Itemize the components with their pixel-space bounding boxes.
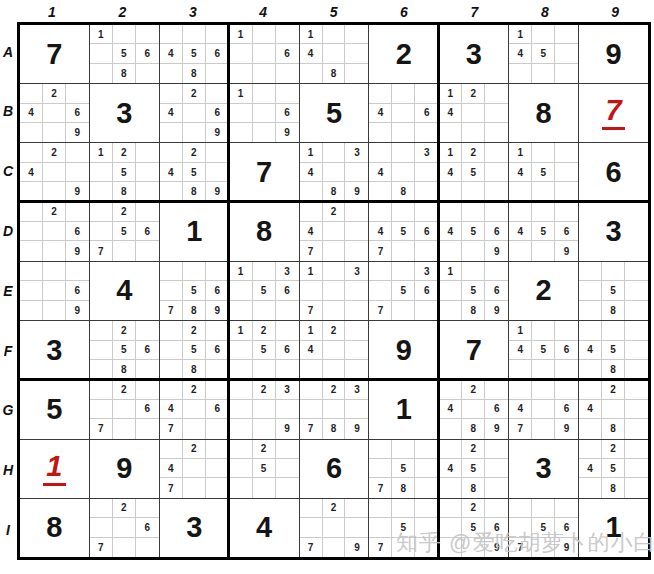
candidate-slot-C1-8 (43, 182, 66, 201)
cell-I5[interactable]: 279 (300, 499, 369, 557)
highlighted-digit-B9: 7 (602, 96, 624, 130)
cell-G1[interactable]: 5 (20, 380, 89, 438)
cell-A1[interactable]: 7 (20, 25, 89, 83)
candidate-slot-E7-3 (485, 262, 508, 281)
candidate-slot-I6-2 (392, 499, 415, 518)
candidate-slot-E1-4 (20, 281, 43, 300)
candidate-slot-H3-5 (183, 459, 206, 478)
cell-A3[interactable]: 4568 (160, 25, 229, 83)
cell-F2[interactable]: 2568 (90, 321, 159, 379)
candidate-slot-F2-7 (90, 360, 113, 379)
cell-C2[interactable]: 1258 (90, 143, 159, 201)
candidate-slot-A5-1: 1 (300, 25, 323, 44)
cell-C3[interactable]: 24589 (160, 143, 229, 201)
cell-B5[interactable]: 5 (300, 84, 369, 142)
candidate-slot-I2-3 (136, 499, 159, 518)
candidate-slot-F2-4 (90, 341, 113, 360)
candidate-slot-D8-2 (532, 203, 555, 222)
candidate-slot-A8-2 (532, 25, 555, 44)
candidate-slot-F2-6: 6 (136, 341, 159, 360)
candidate-slot-E5-3: 3 (345, 262, 368, 281)
candidate-slot-F8-2 (532, 321, 555, 340)
candidate-slot-C6-3: 3 (415, 143, 438, 162)
candidate-slot-E6-2 (392, 262, 415, 281)
candidate-slot-B6-2 (392, 84, 415, 103)
candidate-slot-B7-9 (485, 123, 508, 142)
candidate-slot-C8-2 (532, 143, 555, 162)
candidate-slot-B4-1: 1 (230, 84, 253, 103)
candidate-slot-E3-8: 8 (183, 301, 206, 320)
candidate-slot-F8-8 (532, 360, 555, 379)
candidate-slot-B1-7 (20, 123, 43, 142)
candidate-slot-D7-6: 6 (485, 222, 508, 241)
cell-B6[interactable]: 46 (369, 84, 438, 142)
candidate-slot-A3-8: 8 (183, 64, 206, 83)
candidate-slot-A4-2 (253, 25, 276, 44)
cell-E1[interactable]: 69 (20, 262, 89, 320)
candidate-slot-C7-7 (439, 182, 462, 201)
candidate-slot-I2-7: 7 (90, 538, 113, 557)
candidate-slot-C3-3 (206, 143, 229, 162)
cell-H5[interactable]: 6 (300, 440, 369, 498)
cell-B9[interactable]: 7 (579, 84, 648, 142)
candidate-slot-C3-9: 9 (206, 182, 229, 201)
cell-F5[interactable]: 124 (300, 321, 369, 379)
candidate-slot-E5-9 (345, 301, 368, 320)
candidate-slot-G9-4: 4 (579, 400, 602, 419)
candidate-slot-I5-6 (345, 518, 368, 537)
candidate-slot-E6-5: 5 (392, 281, 415, 300)
sudoku-page: 123456789 ABCDEFGHI 71568456816148231459… (0, 0, 654, 574)
candidate-slot-C2-3 (136, 143, 159, 162)
candidate-slot-D6-4: 4 (369, 222, 392, 241)
cell-H6[interactable]: 578 (369, 440, 438, 498)
candidate-slot-B4-3 (276, 84, 299, 103)
candidate-slot-I5-4 (300, 518, 323, 537)
candidate-slot-A8-8 (532, 64, 555, 83)
candidate-slot-H6-8: 8 (392, 478, 415, 497)
candidate-slot-B4-7 (230, 123, 253, 142)
cell-H1[interactable]: 1 (20, 440, 89, 498)
candidate-slot-B6-6: 6 (415, 104, 438, 123)
candidate-slot-A5-2 (323, 25, 346, 44)
candidate-slot-E5-1: 1 (300, 262, 323, 281)
candidate-slot-H6-4 (369, 459, 392, 478)
solved-digit-F1: 3 (46, 336, 62, 365)
candidate-slot-D6-5: 5 (392, 222, 415, 241)
candidate-slot-D1-5 (43, 222, 66, 241)
candidate-slot-G4-7 (230, 419, 253, 438)
candidate-slot-F4-7 (230, 360, 253, 379)
candidate-slot-F4-2: 2 (253, 321, 276, 340)
row-label-E: E (0, 261, 16, 320)
col-label-6: 6 (369, 3, 439, 21)
col-label-7: 7 (439, 3, 509, 21)
candidate-slot-G4-5 (253, 400, 276, 419)
candidate-slot-A5-6 (345, 44, 368, 63)
candidate-slot-D8-1 (509, 203, 532, 222)
candidate-slot-H6-7: 7 (369, 478, 392, 497)
candidate-slot-C7-1: 1 (439, 143, 462, 162)
candidate-slot-C1-2: 2 (43, 143, 66, 162)
candidate-slot-A3-6: 6 (206, 44, 229, 63)
candidate-slot-B6-7 (369, 123, 392, 142)
cell-E9[interactable]: 58 (579, 262, 648, 320)
candidate-slot-G9-3 (625, 380, 648, 399)
candidate-slot-D6-9 (415, 241, 438, 260)
candidate-slot-D7-4: 4 (439, 222, 462, 241)
candidate-slot-A8-6 (555, 44, 578, 63)
candidate-slot-B7-5 (462, 104, 485, 123)
cell-A5[interactable]: 148 (300, 25, 369, 83)
candidate-slot-G2-2: 2 (113, 380, 136, 399)
candidate-slot-I2-9 (136, 538, 159, 557)
cell-D4[interactable]: 8 (230, 203, 299, 261)
col-label-1: 1 (17, 3, 87, 21)
candidate-slot-H7-4: 4 (439, 459, 462, 478)
cell-A2[interactable]: 1568 (90, 25, 159, 83)
candidate-slot-G3-2: 2 (183, 380, 206, 399)
candidate-slot-A8-5: 5 (532, 44, 555, 63)
candidate-slot-E5-6 (345, 281, 368, 300)
solved-digit-F7: 7 (466, 336, 482, 365)
candidate-slot-B3-7 (160, 123, 183, 142)
candidate-slot-F5-4: 4 (300, 341, 323, 360)
candidate-slot-H3-2: 2 (183, 440, 206, 459)
solved-digit-I1: 8 (46, 513, 62, 542)
candidate-slot-D5-1 (300, 203, 323, 222)
cell-I3[interactable]: 3 (160, 499, 229, 557)
candidate-slot-D7-2 (462, 203, 485, 222)
cell-D2[interactable]: 2567 (90, 203, 159, 261)
candidate-slot-E9-2 (602, 262, 625, 281)
candidate-slot-H4-6 (276, 459, 299, 478)
candidate-slot-F5-7 (300, 360, 323, 379)
cell-A4[interactable]: 16 (230, 25, 299, 83)
candidate-slot-B7-6 (485, 104, 508, 123)
candidate-slot-H9-7 (579, 478, 602, 497)
candidate-slot-D2-6: 6 (136, 222, 159, 241)
cell-G2[interactable]: 267 (90, 380, 159, 438)
candidate-slot-F4-1: 1 (230, 321, 253, 340)
candidate-slot-D2-4 (90, 222, 113, 241)
solved-digit-A9: 9 (605, 40, 621, 69)
candidate-slot-C7-8 (462, 182, 485, 201)
candidate-slot-F9-2 (602, 321, 625, 340)
row-label-F: F (0, 321, 16, 380)
candidate-slot-D6-1 (369, 203, 392, 222)
candidate-slot-E7-8: 8 (462, 301, 485, 320)
solved-digit-H8: 3 (536, 454, 552, 483)
candidate-slot-A8-4: 4 (509, 44, 532, 63)
candidate-slot-D6-6: 6 (415, 222, 438, 241)
candidate-slot-H9-3 (625, 440, 648, 459)
candidate-slot-D8-6: 6 (555, 222, 578, 241)
cell-D6[interactable]: 4567 (369, 203, 438, 261)
candidate-slot-B3-8 (183, 123, 206, 142)
cell-D7[interactable]: 4569 (439, 203, 508, 261)
candidate-slot-F8-4: 4 (509, 341, 532, 360)
candidate-slot-A3-9 (206, 64, 229, 83)
candidate-slot-C2-8: 8 (113, 182, 136, 201)
candidate-slot-E4-5: 5 (253, 281, 276, 300)
candidate-slot-B7-3 (485, 84, 508, 103)
candidate-slot-G9-2: 2 (602, 380, 625, 399)
candidate-slot-C3-2: 2 (183, 143, 206, 162)
candidate-slot-F8-7 (509, 360, 532, 379)
candidate-slot-A2-9 (136, 64, 159, 83)
cell-B7[interactable]: 124 (439, 84, 508, 142)
candidate-slot-I5-7: 7 (300, 538, 323, 557)
box-border-horizontal-1 (20, 200, 648, 203)
solved-digit-D3: 1 (186, 217, 202, 246)
candidate-slot-E5-7: 7 (300, 301, 323, 320)
cell-A6[interactable]: 2 (369, 25, 438, 83)
candidate-slot-E1-6: 6 (66, 281, 89, 300)
candidate-slot-E1-7 (20, 301, 43, 320)
candidate-slot-F3-8: 8 (183, 360, 206, 379)
cell-G4[interactable]: 239 (230, 380, 299, 438)
candidate-slot-E7-5: 5 (462, 281, 485, 300)
candidate-slot-B3-9: 9 (206, 123, 229, 142)
candidate-slot-G2-8 (113, 419, 136, 438)
solved-digit-C4: 7 (256, 158, 272, 187)
candidate-slot-F3-7 (160, 360, 183, 379)
candidate-slot-D7-8 (462, 241, 485, 260)
cell-C1[interactable]: 249 (20, 143, 89, 201)
candidate-slot-G8-4: 4 (509, 400, 532, 419)
candidate-slot-H9-8: 8 (602, 478, 625, 497)
candidate-slot-C3-1 (160, 143, 183, 162)
candidate-slot-D1-1 (20, 203, 43, 222)
cell-A7[interactable]: 3 (439, 25, 508, 83)
cell-F4[interactable]: 1256 (230, 321, 299, 379)
candidate-slot-E9-8: 8 (602, 301, 625, 320)
cell-G6[interactable]: 1 (369, 380, 438, 438)
cell-B8[interactable]: 8 (509, 84, 578, 142)
candidate-slot-E4-4 (230, 281, 253, 300)
candidate-slot-E5-5 (323, 281, 346, 300)
candidate-slot-D7-1 (439, 203, 462, 222)
cell-C5[interactable]: 13489 (300, 143, 369, 201)
cell-G9[interactable]: 248 (579, 380, 648, 438)
candidate-slot-A4-6: 6 (276, 44, 299, 63)
candidate-slot-H4-5: 5 (253, 459, 276, 478)
candidate-slot-A4-4 (230, 44, 253, 63)
cell-E7[interactable]: 15689 (439, 262, 508, 320)
candidate-slot-G2-3 (136, 380, 159, 399)
candidate-slot-A3-1 (160, 25, 183, 44)
candidate-slot-G4-2: 2 (253, 380, 276, 399)
candidate-slot-E3-4 (160, 281, 183, 300)
candidate-slot-B1-6: 6 (66, 104, 89, 123)
candidate-slot-E9-1 (579, 262, 602, 281)
candidate-slot-G7-3 (485, 380, 508, 399)
cell-G3[interactable]: 2467 (160, 380, 229, 438)
candidate-slot-I5-5 (323, 518, 346, 537)
candidate-slot-A8-7 (509, 64, 532, 83)
candidate-slot-C8-6 (555, 163, 578, 182)
candidate-slot-C2-7 (90, 182, 113, 201)
candidate-slot-F5-2: 2 (323, 321, 346, 340)
candidate-slot-G8-8 (532, 419, 555, 438)
candidate-slot-C1-7 (20, 182, 43, 201)
candidate-slot-F8-5: 5 (532, 341, 555, 360)
cell-B4[interactable]: 169 (230, 84, 299, 142)
row-label-B: B (0, 82, 16, 141)
cell-B2[interactable]: 3 (90, 84, 159, 142)
candidate-slot-D2-1 (90, 203, 113, 222)
cell-A9[interactable]: 9 (579, 25, 648, 83)
col-label-3: 3 (158, 3, 228, 21)
cell-C4[interactable]: 7 (230, 143, 299, 201)
highlighted-digit-H1: 1 (43, 452, 65, 486)
cell-F9[interactable]: 458 (579, 321, 648, 379)
cell-I4[interactable]: 4 (230, 499, 299, 557)
cell-E8[interactable]: 2 (509, 262, 578, 320)
candidate-slot-B6-9 (415, 123, 438, 142)
candidate-slot-C7-9 (485, 182, 508, 201)
cell-F8[interactable]: 1456 (509, 321, 578, 379)
candidate-slot-F3-4 (160, 341, 183, 360)
candidate-slot-F9-5: 5 (602, 341, 625, 360)
candidate-slot-E3-3 (206, 262, 229, 281)
candidate-slot-C6-2 (392, 143, 415, 162)
candidate-slot-G2-5 (113, 400, 136, 419)
candidate-slot-E6-9 (415, 301, 438, 320)
cell-D1[interactable]: 269 (20, 203, 89, 261)
candidate-slot-I5-8 (323, 538, 346, 557)
candidate-slot-A4-9 (276, 64, 299, 83)
cell-E2[interactable]: 4 (90, 262, 159, 320)
col-label-4: 4 (228, 3, 298, 21)
candidate-slot-E6-6: 6 (415, 281, 438, 300)
cell-I1[interactable]: 8 (20, 499, 89, 557)
cell-C6[interactable]: 348 (369, 143, 438, 201)
candidate-slot-C5-7 (300, 182, 323, 201)
candidate-slot-A2-2 (113, 25, 136, 44)
candidate-slot-G9-7 (579, 419, 602, 438)
candidate-slot-E3-1 (160, 262, 183, 281)
candidate-slot-C3-6 (206, 163, 229, 182)
candidate-slot-I7-1 (439, 499, 462, 518)
cell-D5[interactable]: 247 (300, 203, 369, 261)
cell-D8[interactable]: 4569 (509, 203, 578, 261)
solved-digit-G6: 1 (396, 395, 412, 424)
cell-E6[interactable]: 3567 (369, 262, 438, 320)
cell-E5[interactable]: 137 (300, 262, 369, 320)
candidate-slot-H7-7 (439, 478, 462, 497)
cell-F1[interactable]: 3 (20, 321, 89, 379)
candidate-slot-F3-1 (160, 321, 183, 340)
candidate-slot-F8-6: 6 (555, 341, 578, 360)
candidate-slot-I8-1 (509, 499, 532, 518)
candidate-slot-G9-1 (579, 380, 602, 399)
candidate-slot-H6-6 (415, 459, 438, 478)
candidate-slot-H9-4: 4 (579, 459, 602, 478)
candidate-slot-E4-2 (253, 262, 276, 281)
candidate-slot-E1-3 (66, 262, 89, 281)
candidate-slot-D6-2 (392, 203, 415, 222)
candidate-slot-C5-6 (345, 163, 368, 182)
cell-G8[interactable]: 4679 (509, 380, 578, 438)
cell-F3[interactable]: 2568 (160, 321, 229, 379)
cell-E3[interactable]: 56789 (160, 262, 229, 320)
row-label-G: G (0, 381, 16, 440)
candidate-slot-G4-6 (276, 400, 299, 419)
cell-B1[interactable]: 2469 (20, 84, 89, 142)
candidate-slot-G7-2: 2 (462, 380, 485, 399)
cell-G7[interactable]: 24689 (439, 380, 508, 438)
candidate-slot-E9-5: 5 (602, 281, 625, 300)
candidate-slot-H4-2: 2 (253, 440, 276, 459)
candidate-slot-C5-1: 1 (300, 143, 323, 162)
row-label-C: C (0, 142, 16, 201)
row-label-A: A (0, 22, 16, 81)
candidate-slot-B1-1 (20, 84, 43, 103)
solved-digit-B8: 8 (536, 99, 552, 128)
cell-H7[interactable]: 2458 (439, 440, 508, 498)
cell-D9[interactable]: 3 (579, 203, 648, 261)
candidate-slot-I2-2: 2 (113, 499, 136, 518)
candidate-slot-A2-6: 6 (136, 44, 159, 63)
cell-F6[interactable]: 9 (369, 321, 438, 379)
candidate-slot-G2-4 (90, 400, 113, 419)
candidate-slot-G3-4: 4 (160, 400, 183, 419)
cell-C7[interactable]: 1245 (439, 143, 508, 201)
cell-F7[interactable]: 7 (439, 321, 508, 379)
cell-C8[interactable]: 145 (509, 143, 578, 201)
cell-G5[interactable]: 23789 (300, 380, 369, 438)
candidate-slot-C6-9 (415, 182, 438, 201)
cell-E4[interactable]: 1356 (230, 262, 299, 320)
candidate-slot-E9-9 (625, 301, 648, 320)
candidate-slot-D5-9 (345, 241, 368, 260)
cell-I2[interactable]: 267 (90, 499, 159, 557)
candidate-slot-C8-7 (509, 182, 532, 201)
candidate-slot-F4-4 (230, 341, 253, 360)
candidate-slot-C6-5 (392, 163, 415, 182)
cell-H8[interactable]: 3 (509, 440, 578, 498)
candidate-slot-E3-7: 7 (160, 301, 183, 320)
cell-H3[interactable]: 247 (160, 440, 229, 498)
candidate-slot-E4-1: 1 (230, 262, 253, 281)
cell-C9[interactable]: 6 (579, 143, 648, 201)
candidate-slot-F5-6 (345, 341, 368, 360)
cell-B3[interactable]: 2469 (160, 84, 229, 142)
candidate-slot-B7-2: 2 (462, 84, 485, 103)
candidate-slot-G4-3: 3 (276, 380, 299, 399)
cell-H2[interactable]: 9 (90, 440, 159, 498)
candidate-slot-H6-3 (415, 440, 438, 459)
candidate-slot-I5-9: 9 (345, 538, 368, 557)
candidate-slot-B1-4: 4 (20, 104, 43, 123)
candidate-slot-C8-1: 1 (509, 143, 532, 162)
cell-D3[interactable]: 1 (160, 203, 229, 261)
cell-H4[interactable]: 25 (230, 440, 299, 498)
candidate-slot-A2-5: 5 (113, 44, 136, 63)
candidate-slot-A2-4 (90, 44, 113, 63)
cell-A8[interactable]: 145 (509, 25, 578, 83)
candidate-slot-H3-4: 4 (160, 459, 183, 478)
cell-H9[interactable]: 2458 (579, 440, 648, 498)
candidate-slot-F2-5: 5 (113, 341, 136, 360)
candidate-slot-F5-3 (345, 321, 368, 340)
candidate-slot-H7-1 (439, 440, 462, 459)
candidate-slot-E6-7: 7 (369, 301, 392, 320)
candidate-slot-C6-4: 4 (369, 163, 392, 182)
candidate-slot-E7-6: 6 (485, 281, 508, 300)
